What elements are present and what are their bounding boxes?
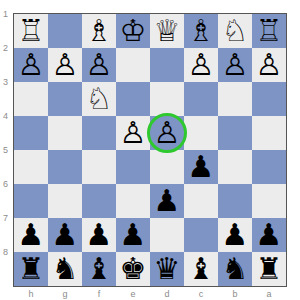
square-b8[interactable]: ♞ [218,252,252,286]
rank-label-3: 3 [3,77,12,87]
square-e5[interactable] [116,150,150,184]
square-d3[interactable] [150,82,184,116]
square-b5[interactable] [218,150,252,184]
square-d6[interactable]: ♟ [150,184,184,218]
piece-white-rook[interactable]: ♖ [256,14,283,48]
square-b3[interactable] [218,82,252,116]
square-f8[interactable]: ♝ [82,252,116,286]
square-d7[interactable] [150,218,184,252]
file-label-a: a [252,289,286,299]
piece-white-knight[interactable]: ♘ [86,82,113,116]
piece-black-knight[interactable]: ♞ [222,252,249,286]
square-g8[interactable]: ♞ [48,252,82,286]
piece-black-bishop[interactable]: ♝ [86,252,113,286]
square-h6[interactable] [14,184,48,218]
piece-white-king[interactable]: ♔ [120,14,147,48]
piece-black-pawn[interactable]: ♟ [154,184,181,218]
square-h2[interactable]: ♙ [14,48,48,82]
square-h4[interactable] [14,116,48,150]
square-d4[interactable]: ♙ [150,116,184,150]
square-f7[interactable]: ♟ [82,218,116,252]
square-f1[interactable]: ♗ [82,14,116,48]
piece-black-king[interactable]: ♚ [120,252,147,286]
square-h7[interactable]: ♟ [14,218,48,252]
square-h5[interactable] [14,150,48,184]
piece-black-rook[interactable]: ♜ [256,252,283,286]
square-h8[interactable]: ♜ [14,252,48,286]
piece-white-rook[interactable]: ♖ [18,14,45,48]
rank-label-4: 4 [3,111,12,121]
square-f5[interactable] [82,150,116,184]
piece-black-knight[interactable]: ♞ [52,252,79,286]
square-e3[interactable] [116,82,150,116]
square-g7[interactable]: ♟ [48,218,82,252]
file-label-b: b [218,289,252,299]
square-c3[interactable] [184,82,218,116]
square-a7[interactable]: ♟ [252,218,286,252]
file-label-e: e [116,289,150,299]
square-f2[interactable]: ♙ [82,48,116,82]
piece-black-pawn[interactable]: ♟ [86,218,113,252]
square-g4[interactable] [48,116,82,150]
square-a6[interactable] [252,184,286,218]
square-e2[interactable] [116,48,150,82]
square-g3[interactable] [48,82,82,116]
square-c8[interactable]: ♝ [184,252,218,286]
piece-black-pawn[interactable]: ♟ [222,218,249,252]
chess-board-app: ♖♗♔♕♗♘♖♙♙♙♙♙♙♘♙♙♟♟♟♟♟♟♟♟♜♞♝♚♛♝♞♜ 1234567… [0,0,300,300]
square-f3[interactable]: ♘ [82,82,116,116]
square-c7[interactable] [184,218,218,252]
piece-white-pawn[interactable]: ♙ [18,48,45,82]
square-c6[interactable] [184,184,218,218]
square-f4[interactable] [82,116,116,150]
piece-white-knight[interactable]: ♘ [222,14,249,48]
square-g1[interactable] [48,14,82,48]
piece-black-bishop[interactable]: ♝ [188,252,215,286]
square-c1[interactable]: ♗ [184,14,218,48]
square-g5[interactable] [48,150,82,184]
square-b6[interactable] [218,184,252,218]
square-c5[interactable]: ♟ [184,150,218,184]
piece-white-pawn[interactable]: ♙ [188,48,215,82]
square-a2[interactable]: ♙ [252,48,286,82]
square-b1[interactable]: ♘ [218,14,252,48]
square-e1[interactable]: ♔ [116,14,150,48]
piece-black-pawn[interactable]: ♟ [256,218,283,252]
piece-black-pawn[interactable]: ♟ [18,218,45,252]
file-label-c: c [184,289,218,299]
rank-label-2: 2 [3,43,12,53]
square-b7[interactable]: ♟ [218,218,252,252]
rank-label-7: 7 [3,213,12,223]
square-c2[interactable]: ♙ [184,48,218,82]
square-a4[interactable] [252,116,286,150]
piece-white-bishop[interactable]: ♗ [188,14,215,48]
piece-white-pawn[interactable]: ♙ [52,48,79,82]
square-f6[interactable] [82,184,116,218]
square-d1[interactable]: ♕ [150,14,184,48]
square-d2[interactable] [150,48,184,82]
file-label-g: g [48,289,82,299]
piece-black-queen[interactable]: ♛ [154,252,181,286]
rank-label-1: 1 [3,9,12,19]
square-g6[interactable] [48,184,82,218]
piece-white-pawn[interactable]: ♙ [256,48,283,82]
square-b4[interactable] [218,116,252,150]
square-e4[interactable]: ♙ [116,116,150,150]
square-e6[interactable] [116,184,150,218]
rank-label-5: 5 [3,145,12,155]
file-label-h: h [14,289,48,299]
square-h3[interactable] [14,82,48,116]
square-a8[interactable]: ♜ [252,252,286,286]
rank-label-8: 8 [3,247,12,257]
square-a3[interactable] [252,82,286,116]
square-a1[interactable]: ♖ [252,14,286,48]
file-label-f: f [82,289,116,299]
board-frame: ♖♗♔♕♗♘♖♙♙♙♙♙♙♘♙♙♟♟♟♟♟♟♟♟♜♞♝♚♛♝♞♜ [13,13,287,287]
square-b2[interactable]: ♙ [218,48,252,82]
square-e8[interactable]: ♚ [116,252,150,286]
square-g2[interactable]: ♙ [48,48,82,82]
piece-white-queen[interactable]: ♕ [154,14,181,48]
square-e7[interactable]: ♟ [116,218,150,252]
file-label-d: d [150,289,184,299]
square-h1[interactable]: ♖ [14,14,48,48]
rank-label-6: 6 [3,179,12,189]
piece-black-pawn[interactable]: ♟ [188,150,215,184]
square-d5[interactable] [150,150,184,184]
square-a5[interactable] [252,150,286,184]
piece-white-bishop[interactable]: ♗ [86,14,113,48]
piece-white-pawn[interactable]: ♙ [154,116,181,150]
square-c4[interactable] [184,116,218,150]
piece-white-pawn[interactable]: ♙ [120,116,147,150]
square-d8[interactable]: ♛ [150,252,184,286]
piece-black-rook[interactable]: ♜ [18,252,45,286]
chess-board[interactable]: ♖♗♔♕♗♘♖♙♙♙♙♙♙♘♙♙♟♟♟♟♟♟♟♟♜♞♝♚♛♝♞♜ [14,14,286,286]
piece-white-pawn[interactable]: ♙ [86,48,113,82]
piece-white-pawn[interactable]: ♙ [222,48,249,82]
piece-black-pawn[interactable]: ♟ [52,218,79,252]
piece-black-pawn[interactable]: ♟ [120,218,147,252]
